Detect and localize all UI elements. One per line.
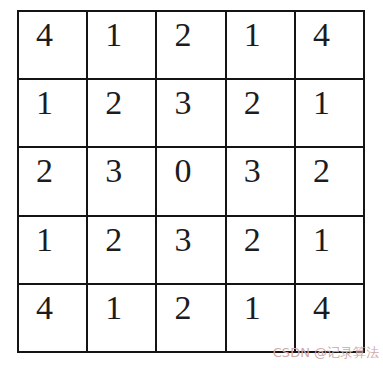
grid-cell-r1c1: 4 — [19, 12, 86, 78]
grid-cell-r4c3: 3 — [157, 217, 224, 283]
grid-cell-r3c4: 3 — [227, 148, 294, 214]
page: 4121412321230321232141214 CSDN @记录算法 — [0, 0, 383, 368]
grid-cell-r4c5: 1 — [296, 217, 363, 283]
grid-cell-r3c2: 3 — [88, 148, 155, 214]
grid-cell-r2c5: 1 — [296, 80, 363, 146]
grid-cell-r4c4: 2 — [227, 217, 294, 283]
grid-cell-r5c3: 2 — [157, 285, 224, 351]
grid-cell-r5c1: 4 — [19, 285, 86, 351]
grid-cell-r5c2: 1 — [88, 285, 155, 351]
grid-cell-r1c4: 1 — [227, 12, 294, 78]
grid-cell-r3c5: 2 — [296, 148, 363, 214]
grid-cell-r2c2: 2 — [88, 80, 155, 146]
number-grid-board: 4121412321230321232141214 — [17, 10, 365, 353]
grid-cell-r1c3: 2 — [157, 12, 224, 78]
grid-cell-r3c1: 2 — [19, 148, 86, 214]
grid-cell-r4c1: 1 — [19, 217, 86, 283]
grid-cell-r1c2: 1 — [88, 12, 155, 78]
grid-cell-r2c4: 2 — [227, 80, 294, 146]
grid-cell-r3c3: 0 — [157, 148, 224, 214]
grid-cell-r1c5: 4 — [296, 12, 363, 78]
grid-cell-r4c2: 2 — [88, 217, 155, 283]
grid-cell-r2c3: 3 — [157, 80, 224, 146]
grid-cell-r2c1: 1 — [19, 80, 86, 146]
grid-cell-r5c4: 1 — [227, 285, 294, 351]
grid-cell-r5c5: 4 — [296, 285, 363, 351]
